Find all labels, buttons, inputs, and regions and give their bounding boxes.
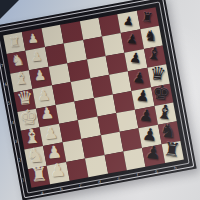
black-bishop[interactable]: ♝ [146,46,163,64]
black-pawn[interactable]: ♟ [126,33,139,47]
chess-board[interactable]: ♜♟♟♜♞♟♟♞♝♟♟♝♛♟♟♛♚♟♟♚♝♟♟♝♞♟♟♞♜♟♟♜ abcdefg… [0,0,197,200]
white-pawn[interactable]: ♟ [37,88,51,103]
rank-label: 7 [0,62,3,67]
black-pawn[interactable]: ♟ [141,126,158,144]
file-label: d [98,179,101,184]
black-pawn[interactable]: ♟ [135,88,150,105]
rank-label: 3 [14,139,17,144]
rank-label: 4 [11,120,14,125]
square[interactable]: ♟ [142,144,165,167]
board-grid: ♜♟♟♜♞♟♟♞♝♟♟♝♛♟♟♛♚♟♟♚♝♟♟♝♞♟♟♞♜♟♟♜ [3,7,184,188]
black-rook[interactable]: ♜ [163,140,182,161]
file-label: b [60,186,63,191]
rank-label: 6 [4,82,7,87]
white-bishop[interactable]: ♝ [13,71,29,89]
file-label: e [117,176,120,181]
white-pawn[interactable]: ♟ [31,51,44,65]
white-rook[interactable]: ♜ [30,164,49,184]
file-label: c [79,183,82,188]
black-knight[interactable]: ♞ [144,28,159,44]
rank-label: 5 [7,101,10,106]
black-pawn[interactable]: ♟ [138,107,154,124]
file-label: g [154,169,157,174]
photo-scene: ♜♟♟♜♞♟♟♞♝♟♟♝♛♟♟♛♚♟♟♚♝♟♟♝♞♟♟♞♜♟♟♜ abcdefg… [0,0,200,200]
white-pawn[interactable]: ♟ [27,32,39,45]
rank-label: 1 [22,177,25,182]
black-pawn[interactable]: ♟ [132,70,146,86]
square[interactable]: ♜ [28,165,51,188]
white-pawn[interactable]: ♟ [46,143,63,161]
white-pawn[interactable]: ♟ [43,125,59,142]
black-pawn[interactable]: ♟ [129,51,143,66]
black-rook[interactable]: ♜ [141,10,154,24]
white-knight[interactable]: ♞ [10,53,25,69]
white-rook[interactable]: ♜ [8,35,21,49]
black-pawn[interactable]: ♟ [144,144,161,163]
white-pawn[interactable]: ♟ [40,106,55,122]
white-pawn[interactable]: ♟ [49,162,66,181]
square[interactable]: ♜ [161,141,184,164]
file-label: a [41,190,44,195]
file-label: f [136,172,138,177]
rank-label: 2 [18,158,21,163]
black-pawn[interactable]: ♟ [123,14,135,27]
background-corner-object [0,0,19,19]
white-pawn[interactable]: ♟ [34,69,47,84]
file-label: h [174,165,177,170]
